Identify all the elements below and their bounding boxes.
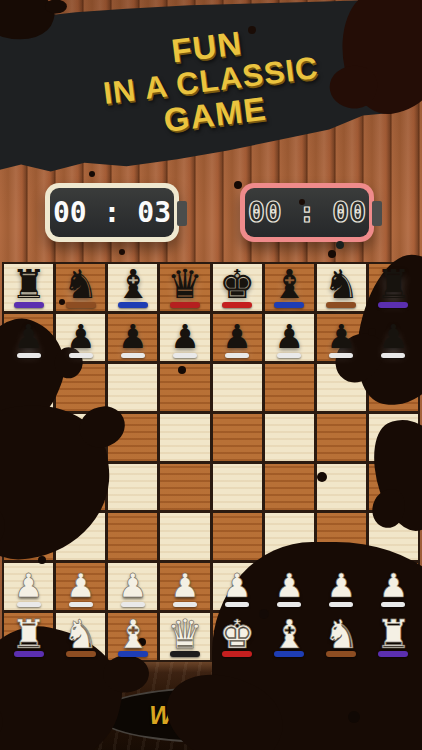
white-rook: ♜: [11, 614, 47, 654]
square-c7[interactable]: ♟: [108, 314, 157, 361]
square-a8[interactable]: ♜: [4, 264, 53, 311]
square-a2[interactable]: ♟: [4, 563, 53, 610]
black-queen: ♛: [167, 264, 203, 304]
piece-ribbon: [66, 302, 96, 308]
square-a3[interactable]: [4, 513, 53, 560]
square-e8[interactable]: ♚: [213, 264, 262, 311]
title-banner: FUN IN A CLASSIC GAME: [0, 0, 422, 175]
black-clock-button[interactable]: [372, 201, 382, 226]
square-f1[interactable]: ♝: [265, 613, 314, 660]
white-pawn: ♟: [170, 569, 200, 602]
piece-ribbon: [329, 353, 353, 358]
white-pawn: ♟: [327, 569, 357, 602]
square-b5[interactable]: [56, 414, 105, 461]
square-d2[interactable]: ♟: [160, 563, 209, 610]
piece-ribbon: [378, 651, 408, 657]
piece-ribbon: [277, 602, 301, 607]
piece-ribbon: [14, 302, 44, 308]
square-b3[interactable]: [56, 513, 105, 560]
piece-ribbon: [170, 302, 200, 308]
black-knight: ♞: [323, 264, 359, 304]
square-c8[interactable]: ♝: [108, 264, 157, 311]
piece-ribbon: [17, 602, 41, 607]
piece-ribbon: [121, 353, 145, 358]
black-pawn: ♟: [66, 320, 96, 353]
piece-ribbon: [170, 651, 200, 657]
white-clock[interactable]: 00 : 03: [45, 183, 179, 242]
square-h5[interactable]: [369, 414, 418, 461]
white-clock-screen: 00 : 03: [50, 188, 174, 237]
square-a4[interactable]: [4, 464, 53, 511]
square-e3[interactable]: [213, 513, 262, 560]
piece-ribbon: [222, 302, 252, 308]
square-h7[interactable]: ♟: [369, 314, 418, 361]
square-d1[interactable]: ♛: [160, 613, 209, 660]
square-f8[interactable]: ♝: [265, 264, 314, 311]
square-h3[interactable]: [369, 513, 418, 560]
piece-ribbon: [14, 651, 44, 657]
square-f3[interactable]: [265, 513, 314, 560]
square-h8[interactable]: ♜: [369, 264, 418, 311]
square-d8[interactable]: ♛: [160, 264, 209, 311]
piece-ribbon: [225, 602, 249, 607]
square-f2[interactable]: ♟: [265, 563, 314, 610]
white-clock-time: 00 : 03: [53, 196, 171, 229]
app-logo-text: WH chess: [149, 701, 276, 730]
black-pawn: ♟: [222, 320, 252, 353]
square-f6[interactable]: [265, 364, 314, 411]
square-d6[interactable]: [160, 364, 209, 411]
piece-ribbon: [274, 302, 304, 308]
square-d4[interactable]: [160, 464, 209, 511]
piece-ribbon: [326, 651, 356, 657]
piece-ribbon: [381, 602, 405, 607]
black-clock-time: 00 : 00: [248, 196, 366, 229]
square-c1[interactable]: ♝: [108, 613, 157, 660]
square-b6[interactable]: [56, 364, 105, 411]
square-h1[interactable]: ♜: [369, 613, 418, 660]
square-c5[interactable]: [108, 414, 157, 461]
piece-ribbon: [381, 353, 405, 358]
piece-ribbon: [222, 651, 252, 657]
piece-ribbon: [69, 353, 93, 358]
black-pawn: ♟: [118, 320, 148, 353]
black-pawn: ♟: [379, 320, 409, 353]
square-a7[interactable]: ♟: [4, 314, 53, 361]
square-h6[interactable]: [369, 364, 418, 411]
black-pawn: ♟: [327, 320, 357, 353]
chess-board: ♜♞♝♛♚♝♞♜♟♟♟♟♟♟♟♟♟♟♟♟♟♟♟♟♜♞♝♛♚♝♞♜: [2, 262, 420, 662]
white-rook: ♜: [376, 614, 412, 654]
piece-ribbon: [66, 651, 96, 657]
square-g5[interactable]: [317, 414, 366, 461]
black-pawn: ♟: [274, 320, 304, 353]
square-e1[interactable]: ♚: [213, 613, 262, 660]
piece-ribbon: [225, 353, 249, 358]
square-e6[interactable]: [213, 364, 262, 411]
square-b8[interactable]: ♞: [56, 264, 105, 311]
white-bishop: ♝: [271, 614, 307, 654]
black-clock-screen: 00 : 00: [245, 188, 369, 237]
white-pawn: ♟: [66, 569, 96, 602]
square-g7[interactable]: ♟: [317, 314, 366, 361]
square-d3[interactable]: [160, 513, 209, 560]
app-screen: FUN IN A CLASSIC GAME 00 : 03 00 : 00 ♜♞…: [0, 0, 422, 750]
white-bishop: ♝: [115, 614, 151, 654]
black-bishop: ♝: [271, 264, 307, 304]
white-pawn: ♟: [118, 569, 148, 602]
square-f7[interactable]: ♟: [265, 314, 314, 361]
black-knight: ♞: [63, 264, 99, 304]
square-g6[interactable]: [317, 364, 366, 411]
square-h4[interactable]: [369, 464, 418, 511]
piece-ribbon: [378, 302, 408, 308]
square-g8[interactable]: ♞: [317, 264, 366, 311]
square-f5[interactable]: [265, 414, 314, 461]
piece-ribbon: [274, 651, 304, 657]
square-f4[interactable]: [265, 464, 314, 511]
square-e7[interactable]: ♟: [213, 314, 262, 361]
white-clock-button[interactable]: [177, 201, 187, 226]
white-pawn: ♟: [379, 569, 409, 602]
square-e5[interactable]: [213, 414, 262, 461]
square-d5[interactable]: [160, 414, 209, 461]
square-a6[interactable]: [4, 364, 53, 411]
piece-ribbon: [17, 353, 41, 358]
page-title: FUN IN A CLASSIC GAME: [0, 5, 422, 158]
square-b2[interactable]: ♟: [56, 563, 105, 610]
white-pawn: ♟: [14, 569, 44, 602]
piece-ribbon: [121, 602, 145, 607]
black-rook: ♜: [376, 264, 412, 304]
piece-ribbon: [329, 602, 353, 607]
square-c4[interactable]: [108, 464, 157, 511]
piece-ribbon: [69, 602, 93, 607]
square-g1[interactable]: ♞: [317, 613, 366, 660]
piece-ribbon: [326, 302, 356, 308]
square-b4[interactable]: [56, 464, 105, 511]
piece-ribbon: [173, 602, 197, 607]
black-king: ♚: [219, 264, 255, 304]
white-pawn: ♟: [274, 569, 304, 602]
square-g2[interactable]: ♟: [317, 563, 366, 610]
app-logo: WH chess: [96, 687, 330, 743]
white-knight: ♞: [323, 614, 359, 654]
square-g4[interactable]: [317, 464, 366, 511]
black-clock[interactable]: 00 : 00: [240, 183, 374, 242]
square-c3[interactable]: [108, 513, 157, 560]
black-pawn: ♟: [14, 320, 44, 353]
square-a5[interactable]: [4, 414, 53, 461]
piece-ribbon: [277, 353, 301, 358]
white-king: ♚: [219, 614, 255, 654]
square-b1[interactable]: ♞: [56, 613, 105, 660]
piece-ribbon: [173, 353, 197, 358]
square-a1[interactable]: ♜: [4, 613, 53, 660]
piece-ribbon: [118, 651, 148, 657]
square-h2[interactable]: ♟: [369, 563, 418, 610]
square-d7[interactable]: ♟: [160, 314, 209, 361]
square-e2[interactable]: ♟: [213, 563, 262, 610]
square-e4[interactable]: [213, 464, 262, 511]
white-knight: ♞: [63, 614, 99, 654]
piece-ribbon: [118, 302, 148, 308]
black-bishop: ♝: [115, 264, 151, 304]
square-c6[interactable]: [108, 364, 157, 411]
square-c2[interactable]: ♟: [108, 563, 157, 610]
square-g3[interactable]: [317, 513, 366, 560]
paint-droplets: [0, 0, 4, 4]
square-b7[interactable]: ♟: [56, 314, 105, 361]
black-pawn: ♟: [170, 320, 200, 353]
white-pawn: ♟: [222, 569, 252, 602]
white-queen: ♛: [167, 614, 203, 654]
black-rook: ♜: [11, 264, 47, 304]
